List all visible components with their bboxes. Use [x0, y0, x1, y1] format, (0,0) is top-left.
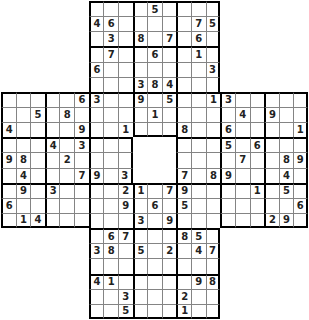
- cell-r15c10-empty[interactable]: [147, 228, 162, 243]
- cell-r13c5-empty[interactable]: [74, 198, 89, 213]
- cell-r11c18-empty[interactable]: [264, 168, 279, 183]
- cell-r9c16-empty[interactable]: [235, 137, 250, 152]
- cell-r16c13-given[interactable]: 4: [191, 243, 206, 258]
- cell-r9c2-empty[interactable]: [30, 137, 45, 152]
- cell-r13c7-empty[interactable]: [103, 198, 118, 213]
- cell-r8c6-empty[interactable]: [89, 122, 104, 137]
- cell-r14c14-empty[interactable]: [206, 213, 221, 228]
- cell-r9c19-empty[interactable]: [279, 137, 294, 152]
- cell-r9c12-empty[interactable]: [176, 137, 191, 152]
- cell-r7c16-given[interactable]: 4: [235, 107, 250, 122]
- cell-r19c14-empty[interactable]: [206, 289, 221, 304]
- cell-r13c1-empty[interactable]: [16, 198, 31, 213]
- cell-r9c1-empty[interactable]: [16, 137, 31, 152]
- cell-r13c9-empty[interactable]: [133, 198, 148, 213]
- cell-r10c20-given[interactable]: 9: [293, 152, 308, 167]
- cell-r12c18-empty[interactable]: [264, 183, 279, 198]
- cell-r17c12-empty[interactable]: [176, 258, 191, 273]
- cell-r0c14-empty[interactable]: [206, 1, 221, 16]
- cell-r6c3-empty[interactable]: [45, 92, 60, 107]
- cell-r10c2-empty[interactable]: [30, 152, 45, 167]
- cell-r12c17-given[interactable]: 1: [250, 183, 265, 198]
- cell-r12c12-given[interactable]: 9: [176, 183, 191, 198]
- cell-r11c15-given[interactable]: 9: [220, 168, 235, 183]
- cell-r6c0-empty[interactable]: [1, 92, 16, 107]
- cell-r16c11-given[interactable]: 2: [162, 243, 177, 258]
- cell-r6c13-empty[interactable]: [191, 92, 206, 107]
- cell-r15c8-given[interactable]: 7: [118, 228, 133, 243]
- cell-r10c17-empty[interactable]: [250, 152, 265, 167]
- cell-r14c20-empty[interactable]: [293, 213, 308, 228]
- cell-r11c14-given[interactable]: 8: [206, 168, 221, 183]
- cell-r9c5-given[interactable]: 3: [74, 137, 89, 152]
- cell-r10c12-empty[interactable]: [176, 152, 191, 167]
- cell-r2c11-given[interactable]: 7: [162, 31, 177, 46]
- cell-r9c3-given[interactable]: 4: [45, 137, 60, 152]
- cell-r14c7-empty[interactable]: [103, 213, 118, 228]
- cell-r11c5-given[interactable]: 7: [74, 168, 89, 183]
- cell-r2c6-empty[interactable]: [89, 31, 104, 46]
- cell-r8c2-empty[interactable]: [30, 122, 45, 137]
- cell-r8c8-given[interactable]: 1: [118, 122, 133, 137]
- cell-r5c7-empty[interactable]: [103, 77, 118, 92]
- cell-r14c1-given[interactable]: 1: [16, 213, 31, 228]
- cell-r11c17-empty[interactable]: [250, 168, 265, 183]
- cell-r18c13-given[interactable]: 9: [191, 274, 206, 289]
- cell-r17c8-empty[interactable]: [118, 258, 133, 273]
- cell-r16c12-empty[interactable]: [176, 243, 191, 258]
- void-cell: [59, 62, 74, 77]
- cell-r2c10-empty[interactable]: [147, 31, 162, 46]
- cell-r12c9-given[interactable]: 1: [133, 183, 148, 198]
- cell-r8c3-empty[interactable]: [45, 122, 60, 137]
- cell-r17c14-empty[interactable]: [206, 258, 221, 273]
- cell-r0c9-empty[interactable]: [133, 1, 148, 16]
- cell-r9c7-empty[interactable]: [103, 137, 118, 152]
- cell-r7c14-empty[interactable]: [206, 107, 221, 122]
- cell-r20c8-given[interactable]: 5: [118, 304, 133, 319]
- cell-r18c7-given[interactable]: 1: [103, 274, 118, 289]
- cell-r10c16-given[interactable]: 7: [235, 152, 250, 167]
- cell-r6c20-empty[interactable]: [293, 92, 308, 107]
- cell-r19c10-empty[interactable]: [147, 289, 162, 304]
- void-cell: [45, 258, 60, 273]
- cell-r18c6-given[interactable]: 4: [89, 274, 104, 289]
- cell-r15c11-empty[interactable]: [162, 228, 177, 243]
- cell-r11c20-empty[interactable]: [293, 168, 308, 183]
- cell-r15c9-empty[interactable]: [133, 228, 148, 243]
- cell-r20c6-empty[interactable]: [89, 304, 104, 319]
- cell-r12c1-given[interactable]: 9: [16, 183, 31, 198]
- cell-r14c19-given[interactable]: 9: [279, 213, 294, 228]
- cell-r14c16-empty[interactable]: [235, 213, 250, 228]
- cell-r5c14-empty[interactable]: [206, 77, 221, 92]
- cell-r13c0-given[interactable]: 6: [1, 198, 16, 213]
- cell-r0c7-empty[interactable]: [103, 1, 118, 16]
- cell-r17c10-empty[interactable]: [147, 258, 162, 273]
- cell-r0c6-empty[interactable]: [89, 1, 104, 16]
- cell-r10c8-empty[interactable]: [118, 152, 133, 167]
- cell-r16c10-empty[interactable]: [147, 243, 162, 258]
- cell-r15c6-empty[interactable]: [89, 228, 104, 243]
- cell-r10c6-empty[interactable]: [89, 152, 104, 167]
- cell-r13c8-given[interactable]: 9: [118, 198, 133, 213]
- cell-r9c8-empty[interactable]: [118, 137, 133, 152]
- cell-r16c14-given[interactable]: 7: [206, 243, 221, 258]
- cell-r0c13-empty[interactable]: [191, 1, 206, 16]
- cell-r9c13-empty[interactable]: [191, 137, 206, 152]
- cell-r18c11-empty[interactable]: [162, 274, 177, 289]
- cell-r12c10-empty[interactable]: [147, 183, 162, 198]
- cell-r13c6-empty[interactable]: [89, 198, 104, 213]
- cell-r8c20-given[interactable]: 1: [293, 122, 308, 137]
- void-cell: [59, 243, 74, 258]
- cell-r13c16-empty[interactable]: [235, 198, 250, 213]
- cell-r16c9-given[interactable]: 5: [133, 243, 148, 258]
- cell-r2c8-empty[interactable]: [118, 31, 133, 46]
- cell-r14c8-empty[interactable]: [118, 213, 133, 228]
- cell-r8c1-empty[interactable]: [16, 122, 31, 137]
- cell-r15c7-given[interactable]: 6: [103, 228, 118, 243]
- cell-r13c11-empty[interactable]: [162, 198, 177, 213]
- cell-r6c12-empty[interactable]: [176, 92, 191, 107]
- cell-r0c8-empty[interactable]: [118, 1, 133, 16]
- cell-r6c2-empty[interactable]: [30, 92, 45, 107]
- cell-r8c7-empty[interactable]: [103, 122, 118, 137]
- cell-r0c11-empty[interactable]: [162, 1, 177, 16]
- cell-r15c14-empty[interactable]: [206, 228, 221, 243]
- void-cell: [1, 228, 16, 243]
- cell-r8c11-empty[interactable]: [162, 122, 177, 137]
- cell-r7c3-empty[interactable]: [45, 107, 60, 122]
- cell-r8c10-empty[interactable]: [147, 122, 162, 137]
- cell-r4c14-given[interactable]: 3: [206, 62, 221, 77]
- cell-r8c17-empty[interactable]: [250, 122, 265, 137]
- cell-r10c15-empty[interactable]: [220, 152, 235, 167]
- cell-r16c8-empty[interactable]: [118, 243, 133, 258]
- cell-r13c13-empty[interactable]: [191, 198, 206, 213]
- cell-r13c20-given[interactable]: 6: [293, 198, 308, 213]
- cell-r3c11-empty[interactable]: [162, 46, 177, 61]
- cell-r9c18-empty[interactable]: [264, 137, 279, 152]
- cell-r10c1-given[interactable]: 8: [16, 152, 31, 167]
- cell-r14c18-given[interactable]: 2: [264, 213, 279, 228]
- cell-r10c0-given[interactable]: 9: [1, 152, 16, 167]
- cell-r1c13-given[interactable]: 7: [191, 16, 206, 31]
- cell-r12c16-empty[interactable]: [235, 183, 250, 198]
- cell-r3c12-empty[interactable]: [176, 46, 191, 61]
- cell-r7c0-empty[interactable]: [1, 107, 16, 122]
- cell-r13c14-empty[interactable]: [206, 198, 221, 213]
- cell-r1c12-empty[interactable]: [176, 16, 191, 31]
- cell-r8c15-given[interactable]: 6: [220, 122, 235, 137]
- void-cell: [45, 77, 60, 92]
- cell-r7c18-given[interactable]: 9: [264, 107, 279, 122]
- cell-r18c12-empty[interactable]: [176, 274, 191, 289]
- cell-r7c8-empty[interactable]: [118, 107, 133, 122]
- cell-r19c13-empty[interactable]: [191, 289, 206, 304]
- cell-r11c13-empty[interactable]: [191, 168, 206, 183]
- cell-r15c12-given[interactable]: 8: [176, 228, 191, 243]
- cell-r7c17-empty[interactable]: [250, 107, 265, 122]
- cell-r17c6-empty[interactable]: [89, 258, 104, 273]
- cell-r20c9-empty[interactable]: [133, 304, 148, 319]
- cell-r2c14-empty[interactable]: [206, 31, 221, 46]
- cell-r14c5-empty[interactable]: [74, 213, 89, 228]
- void-cell: [59, 304, 74, 319]
- cell-r11c3-empty[interactable]: [45, 168, 60, 183]
- cell-r12c7-empty[interactable]: [103, 183, 118, 198]
- cell-r3c13-given[interactable]: 1: [191, 46, 206, 61]
- cell-r16c7-given[interactable]: 8: [103, 243, 118, 258]
- cell-r14c12-empty[interactable]: [176, 213, 191, 228]
- cell-r13c15-empty[interactable]: [220, 198, 235, 213]
- cell-r4c7-empty[interactable]: [103, 62, 118, 77]
- cell-r19c12-given[interactable]: 2: [176, 289, 191, 304]
- cell-r5c9-given[interactable]: 3: [133, 77, 148, 92]
- cell-r8c13-empty[interactable]: [191, 122, 206, 137]
- void-cell: [30, 243, 45, 258]
- cell-r12c13-empty[interactable]: [191, 183, 206, 198]
- cell-r17c9-empty[interactable]: [133, 258, 148, 273]
- cell-r19c11-empty[interactable]: [162, 289, 177, 304]
- cell-r12c19-given[interactable]: 5: [279, 183, 294, 198]
- cell-r7c20-empty[interactable]: [293, 107, 308, 122]
- cell-r5c12-empty[interactable]: [176, 77, 191, 92]
- cell-r20c13-empty[interactable]: [191, 304, 206, 319]
- cell-r20c10-empty[interactable]: [147, 304, 162, 319]
- cell-r19c8-given[interactable]: 3: [118, 289, 133, 304]
- cell-r8c0-given[interactable]: 4: [1, 122, 16, 137]
- cell-r9c15-given[interactable]: 5: [220, 137, 235, 152]
- cell-r11c6-given[interactable]: 9: [89, 168, 104, 183]
- cell-r6c8-empty[interactable]: [118, 92, 133, 107]
- cell-r6c4-empty[interactable]: [59, 92, 74, 107]
- cell-r10c18-empty[interactable]: [264, 152, 279, 167]
- cell-r12c0-empty[interactable]: [1, 183, 16, 198]
- cell-r8c14-empty[interactable]: [206, 122, 221, 137]
- cell-r20c12-given[interactable]: 1: [176, 304, 191, 319]
- cell-r13c10-given[interactable]: 6: [147, 198, 162, 213]
- cell-r13c4-empty[interactable]: [59, 198, 74, 213]
- cell-r6c10-empty[interactable]: [147, 92, 162, 107]
- cell-r8c18-empty[interactable]: [264, 122, 279, 137]
- cell-r11c0-empty[interactable]: [1, 168, 16, 183]
- cell-r8c12-given[interactable]: 8: [176, 122, 191, 137]
- cell-r16c6-given[interactable]: 3: [89, 243, 104, 258]
- cell-r7c5-empty[interactable]: [74, 107, 89, 122]
- cell-r10c4-given[interactable]: 2: [59, 152, 74, 167]
- cell-r10c5-empty[interactable]: [74, 152, 89, 167]
- cell-r4c6-given[interactable]: 6: [89, 62, 104, 77]
- cell-r12c2-empty[interactable]: [30, 183, 45, 198]
- cell-r9c6-empty[interactable]: [89, 137, 104, 152]
- cell-r20c14-empty[interactable]: [206, 304, 221, 319]
- cell-r2c9-given[interactable]: 8: [133, 31, 148, 46]
- cell-r12c8-given[interactable]: 2: [118, 183, 133, 198]
- cell-r4c10-empty[interactable]: [147, 62, 162, 77]
- cell-r18c8-empty[interactable]: [118, 274, 133, 289]
- cell-r3c6-empty[interactable]: [89, 46, 104, 61]
- cell-r19c6-empty[interactable]: [89, 289, 104, 304]
- cell-r6c11-given[interactable]: 5: [162, 92, 177, 107]
- cell-r9c14-empty[interactable]: [206, 137, 221, 152]
- cell-r7c4-given[interactable]: 8: [59, 107, 74, 122]
- cell-r13c3-empty[interactable]: [45, 198, 60, 213]
- cell-r2c7-given[interactable]: 3: [103, 31, 118, 46]
- cell-r12c3-given[interactable]: 3: [45, 183, 60, 198]
- cell-r7c19-empty[interactable]: [279, 107, 294, 122]
- cell-r8c5-given[interactable]: 9: [74, 122, 89, 137]
- cell-r0c10-given[interactable]: 5: [147, 1, 162, 16]
- cell-r7c7-empty[interactable]: [103, 107, 118, 122]
- cell-r17c11-empty[interactable]: [162, 258, 177, 273]
- cell-r3c7-given[interactable]: 7: [103, 46, 118, 61]
- cell-r5c11-given[interactable]: 4: [162, 77, 177, 92]
- cell-r4c13-empty[interactable]: [191, 62, 206, 77]
- void-cell: [30, 274, 45, 289]
- cell-r11c19-given[interactable]: 4: [279, 168, 294, 183]
- cell-r14c6-empty[interactable]: [89, 213, 104, 228]
- cell-r11c2-empty[interactable]: [30, 168, 45, 183]
- cell-r13c2-empty[interactable]: [30, 198, 45, 213]
- cell-r19c7-empty[interactable]: [103, 289, 118, 304]
- cell-r20c11-empty[interactable]: [162, 304, 177, 319]
- cell-r11c1-given[interactable]: 4: [16, 168, 31, 183]
- cell-r6c5-given[interactable]: 6: [74, 92, 89, 107]
- cell-r7c9-empty[interactable]: [133, 107, 148, 122]
- cell-r9c4-empty[interactable]: [59, 137, 74, 152]
- cell-r5c10-given[interactable]: 8: [147, 77, 162, 92]
- cell-r5c13-empty[interactable]: [191, 77, 206, 92]
- cell-r6c16-empty[interactable]: [235, 92, 250, 107]
- cell-r10c19-given[interactable]: 8: [279, 152, 294, 167]
- cell-r18c10-empty[interactable]: [147, 274, 162, 289]
- cell-r1c14-given[interactable]: 5: [206, 16, 221, 31]
- cell-r8c9-empty[interactable]: [133, 122, 148, 137]
- cell-r14c10-empty[interactable]: [147, 213, 162, 228]
- cell-r10c13-empty[interactable]: [191, 152, 206, 167]
- cell-r8c4-empty[interactable]: [59, 122, 74, 137]
- cell-r3c14-empty[interactable]: [206, 46, 221, 61]
- void-cell: [235, 258, 250, 273]
- cell-r10c7-empty[interactable]: [103, 152, 118, 167]
- cell-r7c1-empty[interactable]: [16, 107, 31, 122]
- cell-r11c7-empty[interactable]: [103, 168, 118, 183]
- void-cell: [1, 77, 16, 92]
- cell-r5c8-empty[interactable]: [118, 77, 133, 92]
- cell-r12c14-empty[interactable]: [206, 183, 221, 198]
- cell-r13c19-empty[interactable]: [279, 198, 294, 213]
- cell-r17c13-empty[interactable]: [191, 258, 206, 273]
- cell-r14c4-empty[interactable]: [59, 213, 74, 228]
- cell-r14c17-empty[interactable]: [250, 213, 265, 228]
- cell-r7c13-empty[interactable]: [191, 107, 206, 122]
- cell-r13c12-given[interactable]: 5: [176, 198, 191, 213]
- void-cell: [1, 62, 16, 77]
- cell-r12c15-empty[interactable]: [220, 183, 235, 198]
- cell-r8c16-empty[interactable]: [235, 122, 250, 137]
- cell-r1c7-given[interactable]: 6: [103, 16, 118, 31]
- cell-r13c17-empty[interactable]: [250, 198, 265, 213]
- cell-r0c12-empty[interactable]: [176, 1, 191, 16]
- cell-r6c14-given[interactable]: 1: [206, 92, 221, 107]
- cell-r14c9-given[interactable]: 3: [133, 213, 148, 228]
- cell-r6c15-given[interactable]: 3: [220, 92, 235, 107]
- cell-r1c8-empty[interactable]: [118, 16, 133, 31]
- cell-r1c9-empty[interactable]: [133, 16, 148, 31]
- cell-r3c9-empty[interactable]: [133, 46, 148, 61]
- cell-r2c12-empty[interactable]: [176, 31, 191, 46]
- cell-r7c10-given[interactable]: 1: [147, 107, 162, 122]
- cell-r1c11-empty[interactable]: [162, 16, 177, 31]
- cell-r7c11-empty[interactable]: [162, 107, 177, 122]
- cell-r18c9-empty[interactable]: [133, 274, 148, 289]
- cell-r11c8-given[interactable]: 3: [118, 168, 133, 183]
- cell-r12c11-given[interactable]: 7: [162, 183, 177, 198]
- cell-r14c11-given[interactable]: 9: [162, 213, 177, 228]
- cell-r6c17-empty[interactable]: [250, 92, 265, 107]
- cell-r19c9-empty[interactable]: [133, 289, 148, 304]
- cell-r1c6-given[interactable]: 4: [89, 16, 104, 31]
- cell-r14c0-empty[interactable]: [1, 213, 16, 228]
- cell-r3c8-empty[interactable]: [118, 46, 133, 61]
- cell-r7c2-given[interactable]: 5: [30, 107, 45, 122]
- cell-r6c18-empty[interactable]: [264, 92, 279, 107]
- cell-r6c7-empty[interactable]: [103, 92, 118, 107]
- cell-r8c19-empty[interactable]: [279, 122, 294, 137]
- cell-r2c13-given[interactable]: 6: [191, 31, 206, 46]
- cell-r7c12-empty[interactable]: [176, 107, 191, 122]
- cell-r1c10-empty[interactable]: [147, 16, 162, 31]
- cell-r7c15-empty[interactable]: [220, 107, 235, 122]
- cell-r9c0-empty[interactable]: [1, 137, 16, 152]
- cell-r13c18-empty[interactable]: [264, 198, 279, 213]
- cell-r14c3-empty[interactable]: [45, 213, 60, 228]
- cell-r15c13-given[interactable]: 5: [191, 228, 206, 243]
- cell-r12c5-empty[interactable]: [74, 183, 89, 198]
- cell-r12c4-empty[interactable]: [59, 183, 74, 198]
- cell-r9c17-given[interactable]: 6: [250, 137, 265, 152]
- cell-r17c7-empty[interactable]: [103, 258, 118, 273]
- cell-r7c6-empty[interactable]: [89, 107, 104, 122]
- cell-r11c16-empty[interactable]: [235, 168, 250, 183]
- cell-r20c7-empty[interactable]: [103, 304, 118, 319]
- cell-r14c2-given[interactable]: 4: [30, 213, 45, 228]
- cell-r12c20-empty[interactable]: [293, 183, 308, 198]
- cell-r4c9-empty[interactable]: [133, 62, 148, 77]
- cell-r11c4-empty[interactable]: [59, 168, 74, 183]
- cell-r9c20-empty[interactable]: [293, 137, 308, 152]
- cell-r6c6-given[interactable]: 3: [89, 92, 104, 107]
- cell-r6c9-given[interactable]: 9: [133, 92, 148, 107]
- cell-r6c19-empty[interactable]: [279, 92, 294, 107]
- cell-r4c8-empty[interactable]: [118, 62, 133, 77]
- cell-r6c1-empty[interactable]: [16, 92, 31, 107]
- cell-r10c3-empty[interactable]: [45, 152, 60, 167]
- cell-r11c12-given[interactable]: 7: [176, 168, 191, 183]
- cell-r14c15-empty[interactable]: [220, 213, 235, 228]
- cell-r4c12-empty[interactable]: [176, 62, 191, 77]
- cell-r5c6-empty[interactable]: [89, 77, 104, 92]
- cell-r3c10-given[interactable]: 6: [147, 46, 162, 61]
- cell-r18c14-given[interactable]: 8: [206, 274, 221, 289]
- cell-r10c14-empty[interactable]: [206, 152, 221, 167]
- void-cell: [220, 1, 235, 16]
- cell-r4c11-empty[interactable]: [162, 62, 177, 77]
- cell-r14c13-empty[interactable]: [191, 213, 206, 228]
- cell-r12c6-empty[interactable]: [89, 183, 104, 198]
